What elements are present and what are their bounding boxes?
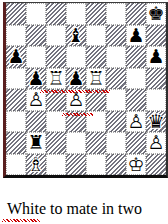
- square-g6: [126, 46, 146, 68]
- square-e7: [86, 25, 106, 47]
- square-e8: [86, 3, 106, 25]
- square-a8: [6, 3, 26, 25]
- document-page: ♚♝♟♟♟♟♖♟♖♙♙♙♛♜♙♗♔ White to mate in two: [0, 0, 168, 224]
- square-h2: ♙: [146, 132, 166, 154]
- square-f2: [106, 132, 126, 154]
- square-e2: [86, 132, 106, 154]
- piece-bR-b2: ♜: [27, 133, 44, 152]
- caption-squiggle-white: [2, 219, 40, 222]
- square-a7: [6, 25, 26, 47]
- square-f8: [106, 3, 126, 25]
- square-b6: [26, 46, 46, 68]
- piece-bB-d7: ♝: [67, 26, 84, 45]
- square-g1: ♔: [126, 154, 146, 176]
- square-c7: [46, 25, 66, 47]
- square-h8: ♚: [146, 3, 166, 25]
- square-g8: [126, 3, 146, 25]
- piece-bP-h6: ♟: [147, 47, 164, 66]
- square-e6: [86, 46, 106, 68]
- piece-wP-g3: ♙: [127, 112, 144, 131]
- square-c2: [46, 132, 66, 154]
- square-g5: [126, 68, 146, 90]
- square-a5: [6, 68, 26, 90]
- square-d1: [66, 154, 86, 176]
- square-a4: [6, 89, 26, 111]
- piece-wB-b1: ♗: [27, 155, 44, 174]
- square-e1: [86, 154, 106, 176]
- square-b8: [26, 3, 46, 25]
- piece-wR-c5: ♖: [47, 69, 64, 88]
- piece-bK-h8: ♚: [147, 4, 164, 23]
- piece-bP-a6: ♟: [7, 47, 24, 66]
- square-e5: ♖: [86, 68, 106, 90]
- square-d5: ♟: [66, 68, 86, 90]
- square-c1: [46, 154, 66, 176]
- piece-wP-h2: ♙: [147, 133, 164, 152]
- square-g4: [126, 89, 146, 111]
- square-h7: [146, 25, 166, 47]
- square-d8: [66, 3, 86, 25]
- square-d2: [66, 132, 86, 154]
- square-f3: [106, 111, 126, 133]
- caption-text: White to mate in two: [7, 200, 142, 218]
- square-c6: [46, 46, 66, 68]
- square-d6: [66, 46, 86, 68]
- piece-bP-d5: ♟: [67, 69, 84, 88]
- square-b1: ♗: [26, 154, 46, 176]
- square-b5: ♟: [26, 68, 46, 90]
- square-a2: [6, 132, 26, 154]
- square-b3: [26, 111, 46, 133]
- square-g7: ♟: [126, 25, 146, 47]
- square-f1: [106, 154, 126, 176]
- square-d7: ♝: [66, 25, 86, 47]
- piece-wP-d4: ♙: [67, 90, 84, 109]
- square-g3: ♙: [126, 111, 146, 133]
- piece-wR-e5: ♖: [87, 69, 104, 88]
- piece-bP-g7: ♟: [127, 26, 144, 45]
- piece-bQ-h3: ♛: [147, 112, 164, 131]
- square-h6: ♟: [146, 46, 166, 68]
- square-f5: [106, 68, 126, 90]
- piece-wK-g1: ♔: [127, 155, 144, 174]
- square-a1: [6, 154, 26, 176]
- square-a3: [6, 111, 26, 133]
- board-squiggle-rank5: [40, 90, 110, 93]
- square-a6: ♟: [6, 46, 26, 68]
- square-h4: [146, 89, 166, 111]
- square-h1: [146, 154, 166, 176]
- square-c5: ♖: [46, 68, 66, 90]
- square-f6: [106, 46, 126, 68]
- square-g2: [126, 132, 146, 154]
- square-b7: [26, 25, 46, 47]
- square-h3: ♛: [146, 111, 166, 133]
- piece-wP-b4: ♙: [27, 90, 44, 109]
- square-c8: [46, 3, 66, 25]
- square-f7: [106, 25, 126, 47]
- square-h5: [146, 68, 166, 90]
- board-squiggle-d4: [62, 113, 93, 116]
- piece-bP-b5: ♟: [27, 69, 44, 88]
- square-b2: ♜: [26, 132, 46, 154]
